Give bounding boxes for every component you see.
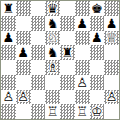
square-e3[interactable]	[60, 75, 75, 90]
white-bishop-d4: ♗	[47, 61, 59, 74]
square-c5[interactable]	[31, 45, 46, 60]
black-knight-d5: ♞	[47, 46, 59, 59]
white-rook-d1: ♖	[47, 105, 59, 118]
black-queen-d8: ♛	[47, 2, 59, 15]
square-f7[interactable]: ♟	[75, 16, 90, 31]
square-h7[interactable]: ♟	[104, 16, 119, 31]
white-queen-h6: ♕	[106, 31, 118, 44]
square-f3[interactable]: ♙	[75, 75, 90, 90]
square-g3[interactable]	[90, 75, 105, 90]
square-f1[interactable]: ♖	[75, 104, 90, 119]
square-e4[interactable]	[60, 60, 75, 75]
square-c6[interactable]	[31, 31, 46, 46]
square-h4[interactable]	[104, 60, 119, 75]
square-b3[interactable]	[16, 75, 31, 90]
square-e2[interactable]	[60, 90, 75, 105]
square-f6[interactable]	[75, 31, 90, 46]
white-pawn-a2: ♙	[3, 90, 15, 103]
square-g8[interactable]: ♚	[90, 1, 105, 16]
white-knight-d6: ♘	[47, 31, 59, 44]
square-c8[interactable]	[31, 1, 46, 16]
square-b6[interactable]	[16, 31, 31, 46]
chess-diagram: ♜♛♚♞♟♟♟♘♟♕♟♞♜♗♙♙♙♙♖♖♔	[0, 0, 120, 120]
square-c4[interactable]	[31, 60, 46, 75]
square-b7[interactable]	[16, 16, 31, 31]
square-b1[interactable]	[16, 104, 31, 119]
square-e6[interactable]	[60, 31, 75, 46]
square-g5[interactable]	[90, 45, 105, 60]
square-b2[interactable]: ♙	[16, 90, 31, 105]
square-f8[interactable]	[75, 1, 90, 16]
black-knight-d7: ♞	[47, 17, 59, 30]
square-a6[interactable]: ♟	[1, 31, 16, 46]
black-pawn-h7: ♟	[106, 17, 118, 30]
square-h8[interactable]	[104, 1, 119, 16]
square-g6[interactable]: ♟	[90, 31, 105, 46]
black-rook-e5: ♜	[62, 46, 74, 59]
square-h5[interactable]	[104, 45, 119, 60]
square-d1[interactable]: ♖	[45, 104, 60, 119]
square-d7[interactable]: ♞	[45, 16, 60, 31]
square-b8[interactable]	[16, 1, 31, 16]
square-c1[interactable]	[31, 104, 46, 119]
square-a3[interactable]	[1, 75, 16, 90]
black-pawn-b5: ♟	[17, 46, 29, 59]
square-b4[interactable]	[16, 60, 31, 75]
square-a5[interactable]	[1, 45, 16, 60]
square-d5[interactable]: ♞	[45, 45, 60, 60]
white-pawn-h2: ♙	[106, 90, 118, 103]
black-pawn-f7: ♟	[76, 17, 88, 30]
square-c3[interactable]	[31, 75, 46, 90]
square-d2[interactable]	[45, 90, 60, 105]
square-h2[interactable]: ♙	[104, 90, 119, 105]
black-pawn-a6: ♟	[3, 31, 15, 44]
square-h3[interactable]	[104, 75, 119, 90]
square-a1[interactable]	[1, 104, 16, 119]
square-c7[interactable]	[31, 16, 46, 31]
square-d3[interactable]	[45, 75, 60, 90]
chess-board: ♜♛♚♞♟♟♟♘♟♕♟♞♜♗♙♙♙♙♖♖♔	[0, 0, 120, 120]
square-a7[interactable]	[1, 16, 16, 31]
square-h1[interactable]	[104, 104, 119, 119]
square-a4[interactable]	[1, 60, 16, 75]
square-e7[interactable]	[60, 16, 75, 31]
white-rook-f1: ♖	[76, 105, 88, 118]
square-f5[interactable]	[75, 45, 90, 60]
square-a8[interactable]: ♜	[1, 1, 16, 16]
square-a2[interactable]: ♙	[1, 90, 16, 105]
square-g2[interactable]	[90, 90, 105, 105]
black-rook-a8: ♜	[3, 2, 15, 15]
square-d6[interactable]: ♘	[45, 31, 60, 46]
white-king-g1: ♔	[91, 105, 103, 118]
square-e5[interactable]: ♜	[60, 45, 75, 60]
square-f2[interactable]	[75, 90, 90, 105]
white-pawn-f3: ♙	[76, 76, 88, 89]
square-e1[interactable]	[60, 104, 75, 119]
square-g1[interactable]: ♔	[90, 104, 105, 119]
square-f4[interactable]	[75, 60, 90, 75]
square-g4[interactable]	[90, 60, 105, 75]
square-d8[interactable]: ♛	[45, 1, 60, 16]
white-pawn-b2: ♙	[17, 90, 29, 103]
square-e8[interactable]	[60, 1, 75, 16]
square-b5[interactable]: ♟	[16, 45, 31, 60]
square-d4[interactable]: ♗	[45, 60, 60, 75]
square-g7[interactable]	[90, 16, 105, 31]
square-c2[interactable]	[31, 90, 46, 105]
square-h6[interactable]: ♕	[104, 31, 119, 46]
black-pawn-g6: ♟	[91, 31, 103, 44]
black-king-g8: ♚	[91, 2, 103, 15]
